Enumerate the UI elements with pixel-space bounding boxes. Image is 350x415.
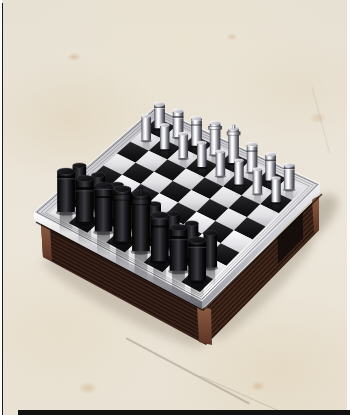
chess-set	[0, 0, 350, 415]
photo-edge-left-line	[2, 3, 3, 415]
chess-set-photo	[0, 0, 350, 415]
photo	[0, 0, 350, 415]
base-trim-corner	[197, 306, 212, 345]
photo-edge-right-white	[347, 0, 350, 415]
photo-edge-bottom-bar	[18, 410, 350, 415]
